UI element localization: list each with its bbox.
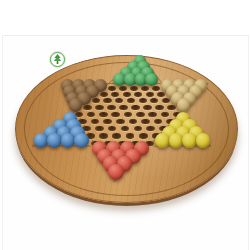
product-photo <box>0 0 250 250</box>
marble-blue[interactable] <box>47 133 62 148</box>
empty-hole[interactable] <box>115 98 123 103</box>
empty-hole[interactable] <box>126 133 135 139</box>
empty-hole[interactable] <box>139 98 147 103</box>
empty-hole[interactable] <box>127 98 135 103</box>
empty-hole[interactable] <box>148 112 157 117</box>
empty-hole[interactable] <box>108 126 117 132</box>
empty-hole[interactable] <box>87 112 96 117</box>
empty-hole[interactable] <box>141 119 150 124</box>
empty-hole[interactable] <box>130 86 138 91</box>
empty-hole[interactable] <box>103 119 112 124</box>
empty-hole[interactable] <box>150 98 158 103</box>
empty-hole[interactable] <box>119 105 128 110</box>
tree-icon <box>53 54 62 65</box>
marble-yellow[interactable] <box>182 133 197 148</box>
marble-tan[interactable] <box>177 98 191 112</box>
marble-green[interactable] <box>145 73 158 86</box>
empty-hole[interactable] <box>162 98 170 103</box>
empty-hole[interactable] <box>123 92 131 97</box>
empty-hole[interactable] <box>154 119 163 124</box>
empty-hole[interactable] <box>141 86 149 91</box>
empty-hole[interactable] <box>99 133 108 139</box>
empty-hole[interactable] <box>146 126 155 132</box>
empty-hole[interactable] <box>167 105 176 110</box>
empty-hole[interactable] <box>136 112 145 117</box>
marble-brown[interactable] <box>69 98 83 112</box>
empty-hole[interactable] <box>116 119 125 124</box>
empty-hole[interactable] <box>134 126 143 132</box>
empty-hole[interactable] <box>103 98 111 103</box>
empty-hole[interactable] <box>107 105 116 110</box>
empty-hole[interactable] <box>155 105 164 110</box>
empty-hole[interactable] <box>131 105 140 110</box>
marble-blue[interactable] <box>74 133 89 148</box>
empty-hole[interactable] <box>92 98 100 103</box>
empty-hole[interactable] <box>121 126 130 132</box>
empty-hole[interactable] <box>95 105 104 110</box>
empty-hole[interactable] <box>124 112 133 117</box>
empty-hole[interactable] <box>95 126 104 132</box>
empty-hole[interactable] <box>100 92 108 97</box>
empty-hole[interactable] <box>129 119 138 124</box>
empty-hole[interactable] <box>119 86 127 91</box>
eco-tree-badge-icon <box>50 52 65 67</box>
empty-hole[interactable] <box>161 112 170 117</box>
empty-hole[interactable] <box>143 105 152 110</box>
empty-hole[interactable] <box>111 112 120 117</box>
empty-hole[interactable] <box>112 133 121 139</box>
empty-hole[interactable] <box>139 133 148 139</box>
empty-hole[interactable] <box>83 105 92 110</box>
empty-hole[interactable] <box>91 119 100 124</box>
marble-yellow[interactable] <box>155 133 170 148</box>
empty-hole[interactable] <box>146 92 154 97</box>
empty-hole[interactable] <box>99 112 108 117</box>
empty-hole[interactable] <box>108 86 116 91</box>
board-cells <box>0 0 250 250</box>
marble-red[interactable] <box>108 164 124 180</box>
empty-hole[interactable] <box>157 92 165 97</box>
empty-hole[interactable] <box>111 92 119 97</box>
marble-yellow[interactable] <box>196 133 211 148</box>
empty-hole[interactable] <box>152 86 160 91</box>
empty-hole[interactable] <box>134 92 142 97</box>
